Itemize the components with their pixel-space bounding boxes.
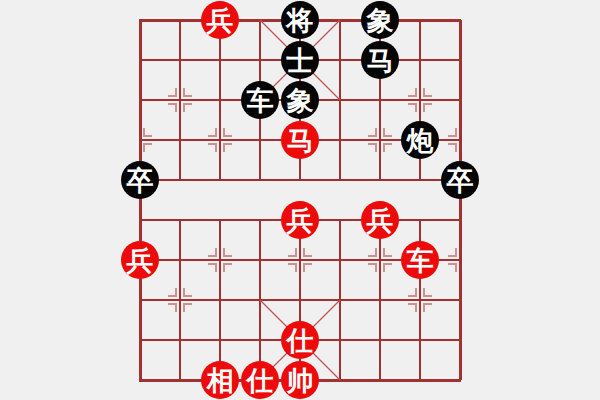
board-point[interactable] [120, 80, 160, 120]
xiangqi-app: 兵将象士马车象马炮卒卒兵兵兵车仕相仕帅 [0, 0, 600, 400]
board-point[interactable] [440, 240, 480, 280]
piece-black-advisor[interactable]: 士 [281, 41, 319, 79]
piece-red-general[interactable]: 帅 [281, 361, 319, 399]
piece-black-chariot[interactable]: 车 [241, 81, 279, 119]
board-point[interactable] [400, 280, 440, 320]
board-point[interactable] [360, 280, 400, 320]
board-point[interactable] [200, 160, 240, 200]
board-point[interactable] [320, 240, 360, 280]
board-point[interactable] [160, 200, 200, 240]
board-point[interactable] [160, 320, 200, 360]
board-point[interactable] [240, 320, 280, 360]
board-point[interactable] [400, 320, 440, 360]
board-point[interactable] [400, 160, 440, 200]
board-point[interactable] [160, 120, 200, 160]
board-point[interactable] [320, 280, 360, 320]
board-point[interactable] [360, 360, 400, 400]
board-point[interactable] [240, 40, 280, 80]
board-point[interactable] [440, 0, 480, 40]
xiangqi-board-points: 兵将象士马车象马炮卒卒兵兵兵车仕相仕帅 [120, 0, 480, 400]
board-point[interactable] [360, 240, 400, 280]
piece-red-horse[interactable]: 马 [281, 121, 319, 159]
piece-black-horse[interactable]: 马 [361, 41, 399, 79]
board-point[interactable] [200, 280, 240, 320]
board-point[interactable] [400, 40, 440, 80]
board-point[interactable] [320, 200, 360, 240]
board-point[interactable] [240, 0, 280, 40]
board-point[interactable] [440, 120, 480, 160]
board-point[interactable] [320, 0, 360, 40]
board-point[interactable] [440, 80, 480, 120]
board-point[interactable] [320, 160, 360, 200]
board-point[interactable] [240, 120, 280, 160]
board-point[interactable] [400, 0, 440, 40]
board-point[interactable] [120, 200, 160, 240]
board-point[interactable] [240, 280, 280, 320]
board-point[interactable] [120, 0, 160, 40]
piece-black-general[interactable]: 将 [281, 1, 319, 39]
board-point[interactable] [320, 120, 360, 160]
board-point[interactable] [200, 120, 240, 160]
piece-red-pawn[interactable]: 兵 [281, 201, 319, 239]
board-point[interactable] [240, 160, 280, 200]
board-point[interactable] [280, 280, 320, 320]
board-point[interactable] [120, 360, 160, 400]
piece-red-chariot[interactable]: 车 [401, 241, 439, 279]
piece-black-elephant[interactable]: 象 [361, 1, 399, 39]
board-point[interactable] [320, 320, 360, 360]
board-point[interactable] [160, 280, 200, 320]
piece-black-pawn[interactable]: 卒 [121, 161, 159, 199]
board-point[interactable] [440, 320, 480, 360]
piece-red-pawn[interactable]: 兵 [201, 1, 239, 39]
board-point[interactable] [360, 80, 400, 120]
board-point[interactable] [240, 200, 280, 240]
piece-red-advisor[interactable]: 仕 [241, 361, 279, 399]
piece-red-advisor[interactable]: 仕 [281, 321, 319, 359]
piece-black-elephant[interactable]: 象 [281, 81, 319, 119]
board-point[interactable] [400, 80, 440, 120]
board-point[interactable] [320, 80, 360, 120]
board-point[interactable] [160, 40, 200, 80]
board-point[interactable] [160, 160, 200, 200]
piece-red-elephant[interactable]: 相 [201, 361, 239, 399]
board-point[interactable] [400, 360, 440, 400]
board-point[interactable] [120, 280, 160, 320]
board-point[interactable] [440, 280, 480, 320]
board-point[interactable] [160, 360, 200, 400]
board-point[interactable] [280, 160, 320, 200]
board-point[interactable] [440, 360, 480, 400]
board-point[interactable] [360, 120, 400, 160]
board-point[interactable] [440, 40, 480, 80]
piece-red-pawn[interactable]: 兵 [121, 241, 159, 279]
board-point[interactable] [320, 360, 360, 400]
board-point[interactable] [160, 240, 200, 280]
board-point[interactable] [400, 200, 440, 240]
board-point[interactable] [280, 240, 320, 280]
board-point[interactable] [120, 40, 160, 80]
board-point[interactable] [440, 200, 480, 240]
board-point[interactable] [240, 240, 280, 280]
board-point[interactable] [200, 320, 240, 360]
piece-red-pawn[interactable]: 兵 [361, 201, 399, 239]
board-point[interactable] [200, 200, 240, 240]
board-point[interactable] [320, 40, 360, 80]
piece-black-pawn[interactable]: 卒 [441, 161, 479, 199]
board-point[interactable] [360, 320, 400, 360]
board-point[interactable] [160, 0, 200, 40]
board-point[interactable] [200, 80, 240, 120]
board-point[interactable] [360, 160, 400, 200]
board-point[interactable] [120, 320, 160, 360]
board-point[interactable] [120, 120, 160, 160]
board-point[interactable] [160, 80, 200, 120]
board-point[interactable] [200, 40, 240, 80]
piece-black-cannon[interactable]: 炮 [401, 121, 439, 159]
board-point[interactable] [200, 240, 240, 280]
